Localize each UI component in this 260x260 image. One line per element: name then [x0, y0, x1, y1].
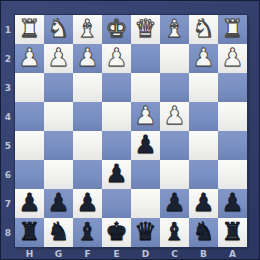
black-king[interactable]: ♚	[105, 217, 127, 246]
square-f1[interactable]: ♝	[73, 15, 102, 44]
black-bishop[interactable]: ♝	[163, 217, 185, 246]
square-a2[interactable]: ♟	[218, 44, 247, 73]
square-f3[interactable]	[73, 73, 102, 102]
square-d8[interactable]: ♛	[131, 218, 160, 247]
square-d4[interactable]: ♟	[131, 102, 160, 131]
square-h7[interactable]: ♟	[15, 189, 44, 218]
square-a4[interactable]	[218, 102, 247, 131]
square-b2[interactable]: ♟	[189, 44, 218, 73]
square-h6[interactable]	[15, 160, 44, 189]
rank-label-6: 6	[1, 160, 15, 189]
white-pawn[interactable]: ♟	[76, 43, 98, 72]
file-label-f: F	[73, 247, 102, 260]
square-e3[interactable]	[102, 73, 131, 102]
square-c5[interactable]	[160, 131, 189, 160]
rank-label-3: 3	[1, 73, 15, 102]
rank-label-1: 1	[1, 15, 15, 44]
square-f2[interactable]: ♟	[73, 44, 102, 73]
square-g8[interactable]: ♞	[44, 218, 73, 247]
square-b5[interactable]	[189, 131, 218, 160]
black-pawn[interactable]: ♟	[192, 188, 214, 217]
file-label-h: H	[15, 247, 44, 260]
square-a7[interactable]: ♟	[218, 189, 247, 218]
file-labels: HGFEDCBA	[15, 247, 247, 260]
square-g6[interactable]	[44, 160, 73, 189]
board: ♜♞♝♚♛♝♞♜♟♟♟♟♟♟♟♟♟♟♟♟♟♟♟♟♜♞♝♚♛♝♞♜	[15, 15, 247, 247]
square-a3[interactable]	[218, 73, 247, 102]
black-pawn[interactable]: ♟	[134, 130, 156, 159]
file-label-b: B	[189, 247, 218, 260]
black-knight[interactable]: ♞	[192, 217, 214, 246]
square-d7[interactable]	[131, 189, 160, 218]
square-f6[interactable]	[73, 160, 102, 189]
black-rook[interactable]: ♜	[18, 217, 40, 246]
rank-label-7: 7	[1, 189, 15, 218]
black-knight[interactable]: ♞	[47, 217, 69, 246]
square-c1[interactable]: ♝	[160, 15, 189, 44]
square-f4[interactable]	[73, 102, 102, 131]
square-e4[interactable]	[102, 102, 131, 131]
chessboard-widget: 12345678 ♜♞♝♚♛♝♞♜♟♟♟♟♟♟♟♟♟♟♟♟♟♟♟♟♜♞♝♚♛♝♞…	[0, 0, 260, 260]
square-h5[interactable]	[15, 131, 44, 160]
square-c4[interactable]: ♟	[160, 102, 189, 131]
square-b7[interactable]: ♟	[189, 189, 218, 218]
square-f7[interactable]: ♟	[73, 189, 102, 218]
square-d6[interactable]	[131, 160, 160, 189]
white-knight[interactable]: ♞	[192, 14, 214, 43]
square-b1[interactable]: ♞	[189, 15, 218, 44]
black-pawn[interactable]: ♟	[163, 188, 185, 217]
file-label-g: G	[44, 247, 73, 260]
black-pawn[interactable]: ♟	[105, 159, 127, 188]
square-b6[interactable]	[189, 160, 218, 189]
white-rook[interactable]: ♜	[221, 14, 243, 43]
white-king[interactable]: ♚	[105, 14, 127, 43]
file-label-a: A	[218, 247, 247, 260]
square-b4[interactable]	[189, 102, 218, 131]
square-d2[interactable]	[131, 44, 160, 73]
black-pawn[interactable]: ♟	[76, 188, 98, 217]
square-h8[interactable]: ♜	[15, 218, 44, 247]
file-label-e: E	[102, 247, 131, 260]
square-g2[interactable]: ♟	[44, 44, 73, 73]
white-pawn[interactable]: ♟	[192, 43, 214, 72]
square-c7[interactable]: ♟	[160, 189, 189, 218]
square-h1[interactable]: ♜	[15, 15, 44, 44]
square-e7[interactable]	[102, 189, 131, 218]
square-h4[interactable]	[15, 102, 44, 131]
square-g7[interactable]: ♟	[44, 189, 73, 218]
rank-label-4: 4	[1, 102, 15, 131]
rank-label-2: 2	[1, 44, 15, 73]
square-a8[interactable]: ♜	[218, 218, 247, 247]
square-a6[interactable]	[218, 160, 247, 189]
rank-label-8: 8	[1, 218, 15, 247]
black-pawn[interactable]: ♟	[47, 188, 69, 217]
white-pawn[interactable]: ♟	[163, 101, 185, 130]
rank-label-5: 5	[1, 131, 15, 160]
square-e5[interactable]	[102, 131, 131, 160]
white-pawn[interactable]: ♟	[221, 43, 243, 72]
square-h3[interactable]	[15, 73, 44, 102]
square-f5[interactable]	[73, 131, 102, 160]
square-g4[interactable]	[44, 102, 73, 131]
square-d1[interactable]: ♛	[131, 15, 160, 44]
black-rook[interactable]: ♜	[221, 217, 243, 246]
square-b3[interactable]	[189, 73, 218, 102]
square-e6[interactable]: ♟	[102, 160, 131, 189]
file-label-d: D	[131, 247, 160, 260]
square-e2[interactable]: ♟	[102, 44, 131, 73]
black-pawn[interactable]: ♟	[18, 188, 40, 217]
square-e8[interactable]: ♚	[102, 218, 131, 247]
white-bishop[interactable]: ♝	[163, 14, 185, 43]
square-g5[interactable]	[44, 131, 73, 160]
white-queen[interactable]: ♛	[134, 14, 156, 43]
white-knight[interactable]: ♞	[47, 14, 69, 43]
square-f8[interactable]: ♝	[73, 218, 102, 247]
white-pawn[interactable]: ♟	[47, 43, 69, 72]
square-a5[interactable]	[218, 131, 247, 160]
square-d5[interactable]: ♟	[131, 131, 160, 160]
white-pawn[interactable]: ♟	[18, 43, 40, 72]
square-c8[interactable]: ♝	[160, 218, 189, 247]
white-rook[interactable]: ♜	[18, 14, 40, 43]
white-pawn[interactable]: ♟	[134, 101, 156, 130]
file-label-c: C	[160, 247, 189, 260]
black-queen[interactable]: ♛	[134, 217, 156, 246]
square-e1[interactable]: ♚	[102, 15, 131, 44]
white-pawn[interactable]: ♟	[105, 43, 127, 72]
square-d3[interactable]	[131, 73, 160, 102]
square-b8[interactable]: ♞	[189, 218, 218, 247]
square-c3[interactable]	[160, 73, 189, 102]
square-a1[interactable]: ♜	[218, 15, 247, 44]
square-h2[interactable]: ♟	[15, 44, 44, 73]
square-g1[interactable]: ♞	[44, 15, 73, 44]
black-bishop[interactable]: ♝	[76, 217, 98, 246]
square-c6[interactable]	[160, 160, 189, 189]
white-bishop[interactable]: ♝	[76, 14, 98, 43]
square-c2[interactable]	[160, 44, 189, 73]
black-pawn[interactable]: ♟	[221, 188, 243, 217]
rank-labels: 12345678	[1, 15, 15, 247]
square-g3[interactable]	[44, 73, 73, 102]
